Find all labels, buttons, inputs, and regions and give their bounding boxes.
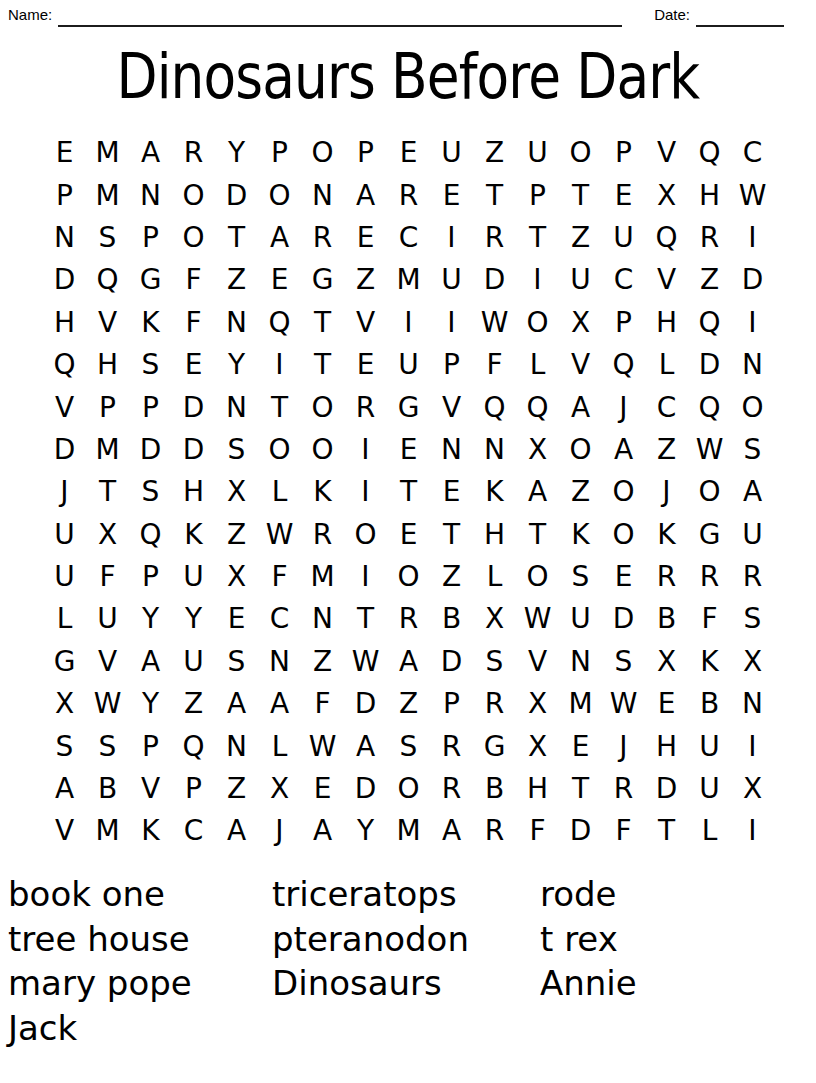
grid-cell-r8c7[interactable]: O bbox=[301, 429, 344, 471]
date-input-line[interactable] bbox=[696, 9, 784, 27]
grid-cell-r2c16[interactable]: H bbox=[688, 174, 731, 216]
grid-cell-r2c10[interactable]: E bbox=[430, 174, 473, 216]
grid-cell-r2c12[interactable]: P bbox=[516, 174, 559, 216]
grid-cell-r14c13[interactable]: M bbox=[559, 683, 602, 725]
grid-cell-r17c7[interactable]: A bbox=[301, 810, 344, 852]
grid-cell-r12c16[interactable]: F bbox=[688, 598, 731, 640]
grid-cell-r5c11[interactable]: W bbox=[473, 302, 516, 344]
grid-cell-r7c4[interactable]: D bbox=[172, 386, 215, 428]
grid-cell-r7c12[interactable]: Q bbox=[516, 386, 559, 428]
grid-cell-r16c16[interactable]: U bbox=[688, 768, 731, 810]
grid-cell-r15c5[interactable]: N bbox=[215, 725, 258, 767]
grid-cell-r11c10[interactable]: Z bbox=[430, 556, 473, 598]
grid-cell-r5c1[interactable]: H bbox=[43, 302, 86, 344]
grid-cell-r10c5[interactable]: Z bbox=[215, 514, 258, 556]
grid-cell-r1c1[interactable]: E bbox=[43, 132, 86, 174]
grid-cell-r1c6[interactable]: P bbox=[258, 132, 301, 174]
grid-cell-r14c14[interactable]: W bbox=[602, 683, 645, 725]
grid-cell-r12c17[interactable]: S bbox=[731, 598, 774, 640]
grid-cell-r15c1[interactable]: S bbox=[43, 725, 86, 767]
grid-cell-r11c15[interactable]: R bbox=[645, 556, 688, 598]
grid-cell-r9c8[interactable]: I bbox=[344, 471, 387, 513]
grid-cell-r11c5[interactable]: X bbox=[215, 556, 258, 598]
grid-cell-r8c17[interactable]: S bbox=[731, 429, 774, 471]
grid-cell-r1c17[interactable]: C bbox=[731, 132, 774, 174]
grid-cell-r8c3[interactable]: D bbox=[129, 429, 172, 471]
grid-cell-r16c17[interactable]: X bbox=[731, 768, 774, 810]
grid-cell-r2c4[interactable]: O bbox=[172, 174, 215, 216]
grid-cell-r4c7[interactable]: G bbox=[301, 259, 344, 301]
grid-cell-r6c6[interactable]: I bbox=[258, 344, 301, 386]
grid-cell-r15c3[interactable]: P bbox=[129, 725, 172, 767]
grid-cell-r14c5[interactable]: A bbox=[215, 683, 258, 725]
grid-cell-r14c17[interactable]: N bbox=[731, 683, 774, 725]
grid-cell-r10c16[interactable]: G bbox=[688, 514, 731, 556]
grid-cell-r12c7[interactable]: N bbox=[301, 598, 344, 640]
grid-cell-r10c8[interactable]: O bbox=[344, 514, 387, 556]
grid-cell-r13c2[interactable]: V bbox=[86, 641, 129, 683]
grid-cell-r16c12[interactable]: H bbox=[516, 768, 559, 810]
grid-cell-r14c1[interactable]: X bbox=[43, 683, 86, 725]
grid-cell-r8c9[interactable]: E bbox=[387, 429, 430, 471]
grid-cell-r5c17[interactable]: I bbox=[731, 302, 774, 344]
grid-cell-r17c4[interactable]: C bbox=[172, 810, 215, 852]
grid-cell-r15c17[interactable]: I bbox=[731, 725, 774, 767]
grid-cell-r8c6[interactable]: O bbox=[258, 429, 301, 471]
grid-cell-r9c3[interactable]: S bbox=[129, 471, 172, 513]
grid-cell-r5c15[interactable]: H bbox=[645, 302, 688, 344]
grid-cell-r4c10[interactable]: U bbox=[430, 259, 473, 301]
grid-cell-r16c7[interactable]: E bbox=[301, 768, 344, 810]
grid-cell-r2c13[interactable]: T bbox=[559, 174, 602, 216]
grid-cell-r12c9[interactable]: R bbox=[387, 598, 430, 640]
grid-cell-r7c17[interactable]: O bbox=[731, 386, 774, 428]
grid-cell-r9c1[interactable]: J bbox=[43, 471, 86, 513]
grid-cell-r5c2[interactable]: V bbox=[86, 302, 129, 344]
grid-cell-r11c14[interactable]: E bbox=[602, 556, 645, 598]
grid-cell-r12c10[interactable]: B bbox=[430, 598, 473, 640]
grid-cell-r7c9[interactable]: G bbox=[387, 386, 430, 428]
grid-cell-r6c7[interactable]: T bbox=[301, 344, 344, 386]
grid-cell-r9c9[interactable]: T bbox=[387, 471, 430, 513]
grid-cell-r6c11[interactable]: F bbox=[473, 344, 516, 386]
grid-cell-r3c10[interactable]: I bbox=[430, 217, 473, 259]
grid-cell-r14c2[interactable]: W bbox=[86, 683, 129, 725]
grid-cell-r15c2[interactable]: S bbox=[86, 725, 129, 767]
grid-cell-r1c3[interactable]: A bbox=[129, 132, 172, 174]
grid-cell-r4c11[interactable]: D bbox=[473, 259, 516, 301]
grid-cell-r1c4[interactable]: R bbox=[172, 132, 215, 174]
grid-cell-r9c2[interactable]: T bbox=[86, 471, 129, 513]
grid-cell-r7c16[interactable]: Q bbox=[688, 386, 731, 428]
grid-cell-r13c16[interactable]: K bbox=[688, 641, 731, 683]
grid-cell-r2c5[interactable]: D bbox=[215, 174, 258, 216]
grid-cell-r4c6[interactable]: E bbox=[258, 259, 301, 301]
grid-cell-r12c12[interactable]: W bbox=[516, 598, 559, 640]
grid-cell-r9c14[interactable]: O bbox=[602, 471, 645, 513]
grid-cell-r10c3[interactable]: Q bbox=[129, 514, 172, 556]
grid-cell-r11c11[interactable]: L bbox=[473, 556, 516, 598]
grid-cell-r12c13[interactable]: U bbox=[559, 598, 602, 640]
grid-cell-r15c14[interactable]: J bbox=[602, 725, 645, 767]
grid-cell-r1c11[interactable]: Z bbox=[473, 132, 516, 174]
grid-cell-r4c5[interactable]: Z bbox=[215, 259, 258, 301]
grid-cell-r14c4[interactable]: Z bbox=[172, 683, 215, 725]
grid-cell-r6c15[interactable]: L bbox=[645, 344, 688, 386]
grid-cell-r8c11[interactable]: N bbox=[473, 429, 516, 471]
grid-cell-r3c11[interactable]: R bbox=[473, 217, 516, 259]
grid-cell-r17c14[interactable]: F bbox=[602, 810, 645, 852]
word-item: triceratops bbox=[272, 872, 540, 917]
grid-cell-r15c9[interactable]: S bbox=[387, 725, 430, 767]
grid-cell-r17c10[interactable]: A bbox=[430, 810, 473, 852]
grid-cell-r17c2[interactable]: M bbox=[86, 810, 129, 852]
grid-cell-r1c9[interactable]: E bbox=[387, 132, 430, 174]
grid-cell-r9c7[interactable]: K bbox=[301, 471, 344, 513]
grid-cell-r4c12[interactable]: I bbox=[516, 259, 559, 301]
grid-cell-r15c10[interactable]: R bbox=[430, 725, 473, 767]
grid-cell-r11c12[interactable]: O bbox=[516, 556, 559, 598]
grid-cell-r6c12[interactable]: L bbox=[516, 344, 559, 386]
grid-cell-r7c3[interactable]: P bbox=[129, 386, 172, 428]
grid-cell-r7c6[interactable]: T bbox=[258, 386, 301, 428]
grid-cell-r3c7[interactable]: R bbox=[301, 217, 344, 259]
grid-cell-r9c4[interactable]: H bbox=[172, 471, 215, 513]
grid-cell-r15c13[interactable]: E bbox=[559, 725, 602, 767]
grid-cell-r15c12[interactable]: X bbox=[516, 725, 559, 767]
grid-cell-r14c16[interactable]: B bbox=[688, 683, 731, 725]
grid-cell-r7c10[interactable]: V bbox=[430, 386, 473, 428]
grid-cell-r6c8[interactable]: E bbox=[344, 344, 387, 386]
grid-cell-r1c15[interactable]: V bbox=[645, 132, 688, 174]
grid-cell-r13c1[interactable]: G bbox=[43, 641, 86, 683]
grid-cell-r10c1[interactable]: U bbox=[43, 514, 86, 556]
grid-cell-r3c14[interactable]: U bbox=[602, 217, 645, 259]
grid-cell-r10c4[interactable]: K bbox=[172, 514, 215, 556]
grid-cell-r8c15[interactable]: Z bbox=[645, 429, 688, 471]
grid-cell-r17c16[interactable]: L bbox=[688, 810, 731, 852]
grid-cell-r2c7[interactable]: N bbox=[301, 174, 344, 216]
grid-cell-r14c9[interactable]: Z bbox=[387, 683, 430, 725]
grid-cell-r13c9[interactable]: A bbox=[387, 641, 430, 683]
grid-cell-r13c13[interactable]: N bbox=[559, 641, 602, 683]
grid-cell-r7c1[interactable]: V bbox=[43, 386, 86, 428]
grid-cell-r13c6[interactable]: N bbox=[258, 641, 301, 683]
grid-cell-r11c1[interactable]: U bbox=[43, 556, 86, 598]
grid-cell-r13c8[interactable]: W bbox=[344, 641, 387, 683]
grid-cell-r2c8[interactable]: A bbox=[344, 174, 387, 216]
grid-cell-r2c3[interactable]: N bbox=[129, 174, 172, 216]
grid-cell-r17c1[interactable]: V bbox=[43, 810, 86, 852]
grid-cell-r1c2[interactable]: M bbox=[86, 132, 129, 174]
grid-cell-r2c1[interactable]: P bbox=[43, 174, 86, 216]
grid-cell-r6c3[interactable]: S bbox=[129, 344, 172, 386]
grid-cell-r8c12[interactable]: X bbox=[516, 429, 559, 471]
grid-cell-r13c5[interactable]: S bbox=[215, 641, 258, 683]
grid-cell-r17c9[interactable]: M bbox=[387, 810, 430, 852]
grid-cell-r3c8[interactable]: E bbox=[344, 217, 387, 259]
grid-cell-r5c14[interactable]: P bbox=[602, 302, 645, 344]
grid-cell-r6c2[interactable]: H bbox=[86, 344, 129, 386]
grid-cell-r15c11[interactable]: G bbox=[473, 725, 516, 767]
grid-cell-r9c16[interactable]: O bbox=[688, 471, 731, 513]
word-item: Jack bbox=[8, 1006, 272, 1051]
grid-cell-r9c13[interactable]: Z bbox=[559, 471, 602, 513]
grid-cell-r3c17[interactable]: I bbox=[731, 217, 774, 259]
grid-cell-r13c17[interactable]: X bbox=[731, 641, 774, 683]
grid-cell-r10c6[interactable]: W bbox=[258, 514, 301, 556]
grid-cell-r15c4[interactable]: Q bbox=[172, 725, 215, 767]
grid-cell-r6c13[interactable]: V bbox=[559, 344, 602, 386]
grid-cell-r5c6[interactable]: Q bbox=[258, 302, 301, 344]
name-input-line[interactable] bbox=[58, 9, 622, 27]
grid-cell-r12c14[interactable]: D bbox=[602, 598, 645, 640]
grid-cell-r16c5[interactable]: Z bbox=[215, 768, 258, 810]
grid-cell-r7c13[interactable]: A bbox=[559, 386, 602, 428]
grid-cell-r11c13[interactable]: S bbox=[559, 556, 602, 598]
grid-cell-r6c17[interactable]: N bbox=[731, 344, 774, 386]
grid-cell-r17c17[interactable]: I bbox=[731, 810, 774, 852]
grid-cell-r4c9[interactable]: M bbox=[387, 259, 430, 301]
grid-cell-r16c2[interactable]: B bbox=[86, 768, 129, 810]
grid-cell-r4c14[interactable]: C bbox=[602, 259, 645, 301]
grid-cell-r10c9[interactable]: E bbox=[387, 514, 430, 556]
grid-cell-r8c10[interactable]: N bbox=[430, 429, 473, 471]
grid-cell-r8c16[interactable]: W bbox=[688, 429, 731, 471]
grid-cell-r4c16[interactable]: Z bbox=[688, 259, 731, 301]
grid-cell-r7c15[interactable]: C bbox=[645, 386, 688, 428]
grid-cell-r17c5[interactable]: A bbox=[215, 810, 258, 852]
grid-cell-r5c5[interactable]: N bbox=[215, 302, 258, 344]
grid-cell-r16c6[interactable]: X bbox=[258, 768, 301, 810]
grid-cell-r13c15[interactable]: X bbox=[645, 641, 688, 683]
grid-cell-r8c1[interactable]: D bbox=[43, 429, 86, 471]
grid-cell-r13c14[interactable]: S bbox=[602, 641, 645, 683]
grid-cell-r1c7[interactable]: O bbox=[301, 132, 344, 174]
grid-cell-r14c6[interactable]: A bbox=[258, 683, 301, 725]
grid-cell-r7c7[interactable]: O bbox=[301, 386, 344, 428]
grid-cell-r9c12[interactable]: A bbox=[516, 471, 559, 513]
grid-cell-r8c8[interactable]: I bbox=[344, 429, 387, 471]
grid-cell-r16c4[interactable]: P bbox=[172, 768, 215, 810]
grid-cell-r9c11[interactable]: K bbox=[473, 471, 516, 513]
grid-cell-r11c8[interactable]: I bbox=[344, 556, 387, 598]
grid-cell-r12c4[interactable]: Y bbox=[172, 598, 215, 640]
grid-cell-r7c2[interactable]: P bbox=[86, 386, 129, 428]
grid-cell-r17c6[interactable]: J bbox=[258, 810, 301, 852]
grid-cell-r7c8[interactable]: R bbox=[344, 386, 387, 428]
grid-cell-r10c14[interactable]: O bbox=[602, 514, 645, 556]
grid-cell-r2c6[interactable]: O bbox=[258, 174, 301, 216]
grid-cell-r6c5[interactable]: Y bbox=[215, 344, 258, 386]
grid-cell-r16c1[interactable]: A bbox=[43, 768, 86, 810]
grid-cell-r16c14[interactable]: R bbox=[602, 768, 645, 810]
grid-cell-r3c15[interactable]: Q bbox=[645, 217, 688, 259]
grid-cell-r9c6[interactable]: L bbox=[258, 471, 301, 513]
grid-cell-r3c5[interactable]: T bbox=[215, 217, 258, 259]
word-item: t rex bbox=[540, 917, 808, 962]
grid-cell-r7c5[interactable]: N bbox=[215, 386, 258, 428]
grid-cell-r10c17[interactable]: U bbox=[731, 514, 774, 556]
grid-cell-r1c16[interactable]: Q bbox=[688, 132, 731, 174]
grid-cell-r4c3[interactable]: G bbox=[129, 259, 172, 301]
grid-cell-r15c16[interactable]: U bbox=[688, 725, 731, 767]
grid-cell-r2c15[interactable]: X bbox=[645, 174, 688, 216]
grid-cell-r7c11[interactable]: Q bbox=[473, 386, 516, 428]
grid-cell-r6c1[interactable]: Q bbox=[43, 344, 86, 386]
grid-cell-r1c8[interactable]: P bbox=[344, 132, 387, 174]
word-item: tree house bbox=[8, 917, 272, 962]
grid-cell-r8c13[interactable]: O bbox=[559, 429, 602, 471]
grid-cell-r12c8[interactable]: T bbox=[344, 598, 387, 640]
grid-cell-r4c17[interactable]: D bbox=[731, 259, 774, 301]
grid-cell-r2c9[interactable]: R bbox=[387, 174, 430, 216]
grid-cell-r2c14[interactable]: E bbox=[602, 174, 645, 216]
grid-cell-r13c3[interactable]: A bbox=[129, 641, 172, 683]
grid-cell-r8c5[interactable]: S bbox=[215, 429, 258, 471]
grid-cell-r4c8[interactable]: Z bbox=[344, 259, 387, 301]
grid-cell-r5c8[interactable]: V bbox=[344, 302, 387, 344]
grid-cell-r11c17[interactable]: R bbox=[731, 556, 774, 598]
grid-cell-r11c9[interactable]: O bbox=[387, 556, 430, 598]
grid-cell-r11c16[interactable]: R bbox=[688, 556, 731, 598]
grid-cell-r12c3[interactable]: Y bbox=[129, 598, 172, 640]
word-list-column-2: triceratopspteranodonDinosaurs bbox=[272, 872, 540, 1050]
grid-cell-r1c10[interactable]: U bbox=[430, 132, 473, 174]
grid-cell-r17c13[interactable]: D bbox=[559, 810, 602, 852]
grid-cell-r9c15[interactable]: J bbox=[645, 471, 688, 513]
grid-cell-r14c15[interactable]: E bbox=[645, 683, 688, 725]
grid-cell-r2c11[interactable]: T bbox=[473, 174, 516, 216]
grid-cell-r4c2[interactable]: Q bbox=[86, 259, 129, 301]
grid-cell-r6c9[interactable]: U bbox=[387, 344, 430, 386]
grid-cell-r3c3[interactable]: P bbox=[129, 217, 172, 259]
grid-cell-r5c12[interactable]: O bbox=[516, 302, 559, 344]
grid-cell-r11c7[interactable]: M bbox=[301, 556, 344, 598]
grid-cell-r16c13[interactable]: T bbox=[559, 768, 602, 810]
grid-cell-r10c10[interactable]: T bbox=[430, 514, 473, 556]
grid-cell-r10c11[interactable]: H bbox=[473, 514, 516, 556]
grid-cell-r13c7[interactable]: Z bbox=[301, 641, 344, 683]
grid-cell-r5c16[interactable]: Q bbox=[688, 302, 731, 344]
grid-cell-r4c13[interactable]: U bbox=[559, 259, 602, 301]
grid-cell-r13c11[interactable]: S bbox=[473, 641, 516, 683]
grid-cell-r10c2[interactable]: X bbox=[86, 514, 129, 556]
grid-cell-r4c1[interactable]: D bbox=[43, 259, 86, 301]
word-search-grid: EMARYPOPEUZUOPVQCPMNODONARETPTEXHWNSPOTA… bbox=[43, 132, 774, 853]
grid-cell-r16c15[interactable]: D bbox=[645, 768, 688, 810]
grid-cell-r8c4[interactable]: D bbox=[172, 429, 215, 471]
grid-cell-r6c14[interactable]: Q bbox=[602, 344, 645, 386]
grid-cell-r3c1[interactable]: N bbox=[43, 217, 86, 259]
grid-cell-r12c15[interactable]: B bbox=[645, 598, 688, 640]
grid-cell-r6c10[interactable]: P bbox=[430, 344, 473, 386]
grid-cell-r16c10[interactable]: R bbox=[430, 768, 473, 810]
grid-cell-r12c6[interactable]: C bbox=[258, 598, 301, 640]
grid-cell-r17c8[interactable]: Y bbox=[344, 810, 387, 852]
grid-cell-r14c3[interactable]: Y bbox=[129, 683, 172, 725]
grid-cell-r5c13[interactable]: X bbox=[559, 302, 602, 344]
grid-cell-r17c11[interactable]: R bbox=[473, 810, 516, 852]
grid-cell-r15c7[interactable]: W bbox=[301, 725, 344, 767]
grid-cell-r3c16[interactable]: R bbox=[688, 217, 731, 259]
grid-cell-r5c7[interactable]: T bbox=[301, 302, 344, 344]
grid-cell-r14c12[interactable]: X bbox=[516, 683, 559, 725]
grid-cell-r9c5[interactable]: X bbox=[215, 471, 258, 513]
grid-cell-r11c2[interactable]: F bbox=[86, 556, 129, 598]
grid-cell-r17c3[interactable]: K bbox=[129, 810, 172, 852]
grid-cell-r2c2[interactable]: M bbox=[86, 174, 129, 216]
grid-cell-r16c8[interactable]: D bbox=[344, 768, 387, 810]
word-item: Annie bbox=[540, 961, 808, 1006]
grid-cell-r14c7[interactable]: F bbox=[301, 683, 344, 725]
grid-cell-r9c10[interactable]: E bbox=[430, 471, 473, 513]
grid-cell-r3c9[interactable]: C bbox=[387, 217, 430, 259]
grid-cell-r8c2[interactable]: M bbox=[86, 429, 129, 471]
grid-cell-r13c12[interactable]: V bbox=[516, 641, 559, 683]
grid-cell-r14c8[interactable]: D bbox=[344, 683, 387, 725]
grid-cell-r11c4[interactable]: U bbox=[172, 556, 215, 598]
grid-cell-r10c12[interactable]: T bbox=[516, 514, 559, 556]
grid-cell-r15c8[interactable]: A bbox=[344, 725, 387, 767]
grid-cell-r16c3[interactable]: V bbox=[129, 768, 172, 810]
grid-cell-r5c10[interactable]: I bbox=[430, 302, 473, 344]
grid-cell-r17c12[interactable]: F bbox=[516, 810, 559, 852]
grid-cell-r3c6[interactable]: A bbox=[258, 217, 301, 259]
word-item: pteranodon bbox=[272, 917, 540, 962]
grid-cell-r1c14[interactable]: P bbox=[602, 132, 645, 174]
worksheet-page: Name: Date: Dinosaurs Before Dark EMARYP… bbox=[0, 0, 816, 1083]
grid-cell-r9c17[interactable]: A bbox=[731, 471, 774, 513]
grid-cell-r3c12[interactable]: T bbox=[516, 217, 559, 259]
grid-cell-r8c14[interactable]: A bbox=[602, 429, 645, 471]
grid-cell-r1c12[interactable]: U bbox=[516, 132, 559, 174]
grid-cell-r11c3[interactable]: P bbox=[129, 556, 172, 598]
grid-cell-r3c2[interactable]: S bbox=[86, 217, 129, 259]
grid-cell-r4c15[interactable]: V bbox=[645, 259, 688, 301]
grid-cell-r15c15[interactable]: H bbox=[645, 725, 688, 767]
grid-cell-r12c5[interactable]: E bbox=[215, 598, 258, 640]
grid-cell-r5c3[interactable]: K bbox=[129, 302, 172, 344]
grid-cell-r13c4[interactable]: U bbox=[172, 641, 215, 683]
grid-cell-r1c5[interactable]: Y bbox=[215, 132, 258, 174]
grid-cell-r3c4[interactable]: O bbox=[172, 217, 215, 259]
grid-cell-r17c15[interactable]: T bbox=[645, 810, 688, 852]
grid-cell-r14c10[interactable]: P bbox=[430, 683, 473, 725]
grid-cell-r3c13[interactable]: Z bbox=[559, 217, 602, 259]
grid-cell-r6c16[interactable]: D bbox=[688, 344, 731, 386]
grid-cell-r5c9[interactable]: I bbox=[387, 302, 430, 344]
grid-cell-r2c17[interactable]: W bbox=[731, 174, 774, 216]
grid-cell-r12c1[interactable]: L bbox=[43, 598, 86, 640]
grid-cell-r7c14[interactable]: J bbox=[602, 386, 645, 428]
grid-cell-r15c6[interactable]: L bbox=[258, 725, 301, 767]
grid-cell-r10c15[interactable]: K bbox=[645, 514, 688, 556]
grid-cell-r14c11[interactable]: R bbox=[473, 683, 516, 725]
grid-cell-r11c6[interactable]: F bbox=[258, 556, 301, 598]
grid-cell-r1c13[interactable]: O bbox=[559, 132, 602, 174]
grid-cell-r16c11[interactable]: B bbox=[473, 768, 516, 810]
grid-cell-r16c9[interactable]: O bbox=[387, 768, 430, 810]
grid-cell-r6c4[interactable]: E bbox=[172, 344, 215, 386]
grid-cell-r5c4[interactable]: F bbox=[172, 302, 215, 344]
grid-cell-r4c4[interactable]: F bbox=[172, 259, 215, 301]
grid-cell-r12c11[interactable]: X bbox=[473, 598, 516, 640]
grid-cell-r12c2[interactable]: U bbox=[86, 598, 129, 640]
grid-cell-r13c10[interactable]: D bbox=[430, 641, 473, 683]
grid-cell-r10c7[interactable]: R bbox=[301, 514, 344, 556]
grid-cell-r10c13[interactable]: K bbox=[559, 514, 602, 556]
